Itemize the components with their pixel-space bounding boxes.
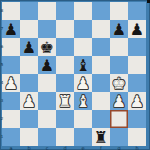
rank-label-7: 7 (0, 20, 4, 38)
square-f1[interactable]: ♜ (92, 128, 110, 146)
square-e3[interactable]: ♝ (74, 92, 92, 110)
piece-white-pawn-g3[interactable]: ♟ (110, 92, 128, 110)
square-h5[interactable] (128, 56, 146, 74)
square-c4[interactable] (38, 74, 56, 92)
square-h2[interactable] (128, 110, 146, 128)
chess-board: ♟♟♟♟♚♟♝♟♟♚♟♜♝♟♟♜ abcdefgh 87654321 (0, 0, 150, 150)
square-d1[interactable] (56, 128, 74, 146)
rank-label-8: 8 (0, 2, 4, 20)
square-f3[interactable] (92, 92, 110, 110)
rank-coordinates: 87654321 (0, 2, 4, 146)
square-e8[interactable] (74, 2, 92, 20)
square-c3[interactable] (38, 92, 56, 110)
square-b2[interactable] (20, 110, 38, 128)
square-a7[interactable]: ♟ (2, 20, 20, 38)
square-d5[interactable] (56, 56, 74, 74)
square-d6[interactable] (56, 38, 74, 56)
square-b4[interactable] (20, 74, 38, 92)
square-f5[interactable] (92, 56, 110, 74)
square-h7[interactable]: ♟ (128, 20, 146, 38)
square-a1[interactable] (2, 128, 20, 146)
square-f7[interactable] (92, 20, 110, 38)
rank-label-2: 2 (0, 110, 4, 128)
square-f8[interactable] (92, 2, 110, 20)
square-d7[interactable] (56, 20, 74, 38)
square-c5[interactable]: ♟ (38, 56, 56, 74)
square-c6[interactable]: ♚ (38, 38, 56, 56)
square-b6[interactable]: ♟ (20, 38, 38, 56)
piece-white-pawn-e4[interactable]: ♟ (74, 74, 92, 92)
piece-black-pawn-g7[interactable]: ♟ (110, 20, 128, 38)
square-a2[interactable] (2, 110, 20, 128)
square-d2[interactable] (56, 110, 74, 128)
square-a4[interactable]: ♟ (2, 74, 20, 92)
piece-black-pawn-b6[interactable]: ♟ (20, 38, 38, 56)
file-label-e: e (74, 146, 92, 150)
square-f6[interactable] (92, 38, 110, 56)
piece-black-pawn-h7[interactable]: ♟ (128, 20, 146, 38)
piece-white-rook-d3[interactable]: ♜ (56, 92, 74, 110)
file-label-f: f (92, 146, 110, 150)
rank-label-5: 5 (0, 56, 4, 74)
square-f4[interactable] (92, 74, 110, 92)
square-g8[interactable] (110, 2, 128, 20)
square-g7[interactable]: ♟ (110, 20, 128, 38)
piece-white-bishop-e3[interactable]: ♝ (74, 92, 92, 110)
piece-black-pawn-a7[interactable]: ♟ (2, 20, 20, 38)
square-h1[interactable] (128, 128, 146, 146)
piece-black-pawn-c5[interactable]: ♟ (38, 56, 56, 74)
square-e6[interactable] (74, 38, 92, 56)
square-g5[interactable] (110, 56, 128, 74)
square-a6[interactable] (2, 38, 20, 56)
piece-black-king-c6[interactable]: ♚ (38, 38, 56, 56)
rank-label-4: 4 (0, 74, 4, 92)
square-g1[interactable] (110, 128, 128, 146)
square-c2[interactable] (38, 110, 56, 128)
square-e7[interactable] (74, 20, 92, 38)
square-e2[interactable] (74, 110, 92, 128)
square-b5[interactable] (20, 56, 38, 74)
square-g3[interactable]: ♟ (110, 92, 128, 110)
square-a5[interactable] (2, 56, 20, 74)
rank-label-3: 3 (0, 92, 4, 110)
square-a3[interactable] (2, 92, 20, 110)
square-d8[interactable] (56, 2, 74, 20)
square-c8[interactable] (38, 2, 56, 20)
square-a8[interactable] (2, 2, 20, 20)
square-e1[interactable] (74, 128, 92, 146)
piece-white-pawn-h3[interactable]: ♟ (128, 92, 146, 110)
square-b1[interactable] (20, 128, 38, 146)
square-e4[interactable]: ♟ (74, 74, 92, 92)
square-b3[interactable]: ♟ (20, 92, 38, 110)
file-coordinates: abcdefgh (2, 146, 146, 150)
piece-black-rook-f1[interactable]: ♜ (92, 128, 110, 146)
square-b7[interactable] (20, 20, 38, 38)
square-g4[interactable]: ♚ (110, 74, 128, 92)
piece-white-pawn-a4[interactable]: ♟ (2, 74, 20, 92)
file-label-d: d (56, 146, 74, 150)
file-label-g: g (110, 146, 128, 150)
file-label-c: c (38, 146, 56, 150)
piece-white-pawn-b3[interactable]: ♟ (20, 92, 38, 110)
file-label-a: a (2, 146, 20, 150)
square-d4[interactable] (56, 74, 74, 92)
square-f2[interactable] (92, 110, 110, 128)
board-grid: ♟♟♟♟♚♟♝♟♟♚♟♜♝♟♟♜ (2, 2, 146, 146)
file-label-h: h (128, 146, 146, 150)
square-d3[interactable]: ♜ (56, 92, 74, 110)
square-h8[interactable] (128, 2, 146, 20)
square-b8[interactable] (20, 2, 38, 20)
square-h3[interactable]: ♟ (128, 92, 146, 110)
square-h4[interactable] (128, 74, 146, 92)
square-h6[interactable] (128, 38, 146, 56)
rank-label-1: 1 (0, 128, 4, 146)
file-label-b: b (20, 146, 38, 150)
square-g6[interactable] (110, 38, 128, 56)
square-c1[interactable] (38, 128, 56, 146)
rank-label-6: 6 (0, 38, 4, 56)
piece-white-king-g4[interactable]: ♚ (110, 74, 128, 92)
piece-black-bishop-e5[interactable]: ♝ (74, 56, 92, 74)
square-c7[interactable] (38, 20, 56, 38)
square-e5[interactable]: ♝ (74, 56, 92, 74)
square-g2[interactable] (110, 110, 128, 128)
corner-marker-dot (147, 0, 150, 3)
